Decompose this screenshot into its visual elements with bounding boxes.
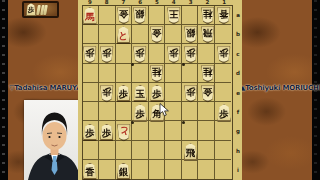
square-7a[interactable] [116, 6, 133, 25]
hoshi-dot [182, 63, 185, 66]
square-9b[interactable] [83, 25, 100, 44]
square-4i[interactable] [165, 160, 182, 179]
shogi-piece-gotehand-歩[interactable]: 歩 [26, 3, 36, 16]
shogi-board: 987654321 abcdefghi 馬金銀王桂香と金銀飛歩歩歩歩歩歩桂桂歩歩… [78, 0, 242, 180]
square-1i[interactable] [215, 160, 232, 179]
rank-label-f: f [234, 109, 242, 115]
tally-mark [43, 5, 47, 15]
square-2c[interactable] [198, 44, 215, 63]
square-8e[interactable] [99, 83, 116, 102]
rank-label-i: i [234, 167, 242, 173]
square-6b[interactable] [132, 25, 149, 44]
square-6h[interactable] [132, 141, 149, 160]
rank-label-g: g [234, 128, 242, 134]
square-4c[interactable] [165, 44, 182, 63]
square-2f[interactable] [198, 102, 215, 121]
square-9h[interactable] [83, 141, 100, 160]
square-3h[interactable] [182, 141, 199, 160]
square-3c[interactable] [182, 44, 199, 63]
square-7d[interactable] [116, 64, 133, 83]
square-2d[interactable] [198, 64, 215, 83]
square-2a[interactable] [198, 6, 215, 25]
square-4a[interactable] [165, 6, 182, 25]
square-2e[interactable] [198, 83, 215, 102]
square-7h[interactable] [116, 141, 133, 160]
square-5c[interactable] [149, 44, 166, 63]
square-6d[interactable] [132, 64, 149, 83]
rank-label-e: e [234, 90, 242, 96]
square-9d[interactable] [83, 64, 100, 83]
rank-label-c: c [234, 51, 242, 57]
square-2h[interactable] [198, 141, 215, 160]
left-film-strip [0, 0, 8, 180]
square-4g[interactable] [165, 121, 182, 140]
square-1g[interactable] [215, 121, 232, 140]
square-1a[interactable] [215, 6, 232, 25]
square-1e[interactable] [215, 83, 232, 102]
maruyama-portrait-icon [24, 100, 85, 180]
square-8a[interactable] [99, 6, 116, 25]
square-9f[interactable] [83, 102, 100, 121]
square-7b[interactable] [116, 25, 133, 44]
square-2i[interactable] [198, 160, 215, 179]
square-6i[interactable] [132, 160, 149, 179]
gote-captured-pieces-tray: 歩 [22, 1, 59, 18]
square-7i[interactable] [116, 160, 133, 179]
square-9i[interactable] [83, 160, 100, 179]
square-5i[interactable] [149, 160, 166, 179]
square-6g[interactable] [132, 121, 149, 140]
square-1f[interactable] [215, 102, 232, 121]
rank-label-b: b [234, 31, 242, 37]
broadcast-frame: 歩 [0, 0, 320, 180]
square-8d[interactable] [99, 64, 116, 83]
square-1c[interactable] [215, 44, 232, 63]
square-3g[interactable] [182, 121, 199, 140]
square-3a[interactable] [182, 6, 199, 25]
square-6a[interactable] [132, 6, 149, 25]
left-player-name: ▽Tadahisa MARUYAMA [9, 84, 78, 92]
rank-coordinates: abcdefghi [234, 5, 242, 180]
square-1h[interactable] [215, 141, 232, 160]
square-8b[interactable] [99, 25, 116, 44]
rank-label-d: d [234, 70, 242, 76]
square-9g[interactable] [83, 121, 100, 140]
square-4e[interactable] [165, 83, 182, 102]
square-5d[interactable] [149, 64, 166, 83]
square-6c[interactable] [132, 44, 149, 63]
square-4d[interactable] [165, 64, 182, 83]
square-8h[interactable] [99, 141, 116, 160]
square-4h[interactable] [165, 141, 182, 160]
square-2g[interactable] [198, 121, 215, 140]
square-5b[interactable] [149, 25, 166, 44]
square-5g[interactable] [149, 121, 166, 140]
square-3e[interactable] [182, 83, 199, 102]
maruyama-photo [24, 100, 85, 180]
square-5e[interactable] [149, 83, 166, 102]
square-9c[interactable] [83, 44, 100, 63]
square-7e[interactable] [116, 83, 133, 102]
square-1d[interactable] [215, 64, 232, 83]
square-7c[interactable] [116, 44, 133, 63]
square-3b[interactable] [182, 25, 199, 44]
square-3i[interactable] [182, 160, 199, 179]
shogi-board-grid [82, 5, 233, 180]
hoshi-dot [182, 121, 185, 124]
square-9e[interactable] [83, 83, 100, 102]
square-6f[interactable] [132, 102, 149, 121]
square-2b[interactable] [198, 25, 215, 44]
square-3f[interactable] [182, 102, 199, 121]
square-3d[interactable] [182, 64, 199, 83]
square-5a[interactable] [149, 6, 166, 25]
square-7g[interactable] [116, 121, 133, 140]
square-9a[interactable] [83, 6, 100, 25]
square-8g[interactable] [99, 121, 116, 140]
square-8c[interactable] [99, 44, 116, 63]
mouse-cursor-icon [159, 103, 170, 117]
square-6e[interactable] [132, 83, 149, 102]
square-7f[interactable] [116, 102, 133, 121]
rank-label-a: a [234, 12, 242, 18]
square-8i[interactable] [99, 160, 116, 179]
square-5h[interactable] [149, 141, 166, 160]
square-8f[interactable] [99, 102, 116, 121]
right-player-name: ▲Toshiyuki MORIUCHI [240, 84, 320, 92]
film-sprockets-icon [2, 0, 5, 180]
square-4b[interactable] [165, 25, 182, 44]
rank-label-h: h [234, 148, 242, 154]
square-1b[interactable] [215, 25, 232, 44]
